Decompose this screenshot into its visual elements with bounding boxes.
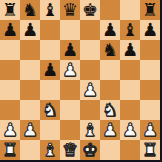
square-c2[interactable] [40, 120, 60, 140]
square-d5[interactable]: ♟ [60, 60, 80, 80]
piece-white-knight[interactable]: ♞ [102, 100, 118, 120]
piece-black-rook[interactable]: ♜ [2, 0, 18, 20]
square-h1[interactable]: ♜ [140, 140, 160, 160]
square-f2[interactable]: ♟ [100, 120, 120, 140]
chessboard-frame: ♜♞♝♛♚♜♟♟♟♝♟♟♞♟♟♟♟♞♞♟♟♝♟♟♟♜♝♛♚♜ [0, 0, 162, 162]
piece-white-bishop[interactable]: ♝ [42, 140, 58, 160]
square-b5[interactable] [20, 60, 40, 80]
square-e2[interactable]: ♝ [80, 120, 100, 140]
piece-black-knight[interactable]: ♞ [102, 40, 118, 60]
square-f4[interactable] [100, 80, 120, 100]
square-g7[interactable]: ♝ [120, 20, 140, 40]
square-e4[interactable]: ♟ [80, 80, 100, 100]
piece-black-pawn[interactable]: ♟ [102, 20, 118, 40]
square-c1[interactable]: ♝ [40, 140, 60, 160]
square-c7[interactable] [40, 20, 60, 40]
square-g8[interactable] [120, 0, 140, 20]
piece-white-queen[interactable]: ♛ [62, 140, 78, 160]
square-a7[interactable]: ♟ [0, 20, 20, 40]
square-h5[interactable] [140, 60, 160, 80]
square-a1[interactable]: ♜ [0, 140, 20, 160]
square-d1[interactable]: ♛ [60, 140, 80, 160]
piece-white-bishop[interactable]: ♝ [82, 120, 98, 140]
piece-black-pawn[interactable]: ♟ [22, 20, 38, 40]
square-g3[interactable] [120, 100, 140, 120]
square-e5[interactable] [80, 60, 100, 80]
piece-white-knight[interactable]: ♞ [42, 100, 58, 120]
piece-black-knight[interactable]: ♞ [22, 0, 38, 20]
square-a8[interactable]: ♜ [0, 0, 20, 20]
piece-black-pawn[interactable]: ♟ [122, 40, 138, 60]
square-g5[interactable] [120, 60, 140, 80]
square-e6[interactable] [80, 40, 100, 60]
square-c4[interactable] [40, 80, 60, 100]
piece-white-pawn[interactable]: ♟ [62, 60, 78, 80]
piece-white-pawn[interactable]: ♟ [122, 120, 138, 140]
square-h2[interactable]: ♟ [140, 120, 160, 140]
square-f1[interactable] [100, 140, 120, 160]
square-f6[interactable]: ♞ [100, 40, 120, 60]
piece-white-rook[interactable]: ♜ [142, 140, 158, 160]
piece-black-king[interactable]: ♚ [82, 0, 98, 20]
piece-black-bishop[interactable]: ♝ [42, 0, 58, 20]
square-b7[interactable]: ♟ [20, 20, 40, 40]
piece-black-pawn[interactable]: ♟ [42, 60, 58, 80]
square-c5[interactable]: ♟ [40, 60, 60, 80]
square-b1[interactable] [20, 140, 40, 160]
square-c6[interactable] [40, 40, 60, 60]
square-d6[interactable]: ♟ [60, 40, 80, 60]
square-e7[interactable] [80, 20, 100, 40]
square-h6[interactable] [140, 40, 160, 60]
square-h3[interactable] [140, 100, 160, 120]
square-c3[interactable]: ♞ [40, 100, 60, 120]
piece-white-king[interactable]: ♚ [82, 140, 98, 160]
square-d2[interactable] [60, 120, 80, 140]
chessboard: ♜♞♝♛♚♜♟♟♟♝♟♟♞♟♟♟♟♞♞♟♟♝♟♟♟♜♝♛♚♜ [0, 0, 160, 160]
square-a5[interactable] [0, 60, 20, 80]
square-a2[interactable]: ♟ [0, 120, 20, 140]
square-f7[interactable]: ♟ [100, 20, 120, 40]
square-e8[interactable]: ♚ [80, 0, 100, 20]
square-h7[interactable]: ♟ [140, 20, 160, 40]
square-g6[interactable]: ♟ [120, 40, 140, 60]
square-a6[interactable] [0, 40, 20, 60]
piece-black-pawn[interactable]: ♟ [62, 40, 78, 60]
square-d3[interactable] [60, 100, 80, 120]
square-c8[interactable]: ♝ [40, 0, 60, 20]
piece-white-pawn[interactable]: ♟ [2, 120, 18, 140]
square-a3[interactable] [0, 100, 20, 120]
square-h4[interactable] [140, 80, 160, 100]
piece-black-rook[interactable]: ♜ [142, 0, 158, 20]
square-a4[interactable] [0, 80, 20, 100]
square-d7[interactable] [60, 20, 80, 40]
square-h8[interactable]: ♜ [140, 0, 160, 20]
square-d4[interactable] [60, 80, 80, 100]
piece-white-pawn[interactable]: ♟ [142, 120, 158, 140]
piece-black-queen[interactable]: ♛ [62, 0, 78, 20]
piece-black-pawn[interactable]: ♟ [2, 20, 18, 40]
piece-black-pawn[interactable]: ♟ [142, 20, 158, 40]
piece-black-bishop[interactable]: ♝ [122, 20, 138, 40]
square-f5[interactable] [100, 60, 120, 80]
square-b8[interactable]: ♞ [20, 0, 40, 20]
square-b3[interactable] [20, 100, 40, 120]
square-b2[interactable]: ♟ [20, 120, 40, 140]
square-b6[interactable] [20, 40, 40, 60]
square-e3[interactable] [80, 100, 100, 120]
piece-white-pawn[interactable]: ♟ [102, 120, 118, 140]
square-g2[interactable]: ♟ [120, 120, 140, 140]
square-d8[interactable]: ♛ [60, 0, 80, 20]
square-b4[interactable] [20, 80, 40, 100]
square-g4[interactable] [120, 80, 140, 100]
square-f8[interactable] [100, 0, 120, 20]
square-e1[interactable]: ♚ [80, 140, 100, 160]
piece-white-pawn[interactable]: ♟ [82, 80, 98, 100]
piece-white-pawn[interactable]: ♟ [22, 120, 38, 140]
square-f3[interactable]: ♞ [100, 100, 120, 120]
piece-white-rook[interactable]: ♜ [2, 140, 18, 160]
square-g1[interactable] [120, 140, 140, 160]
